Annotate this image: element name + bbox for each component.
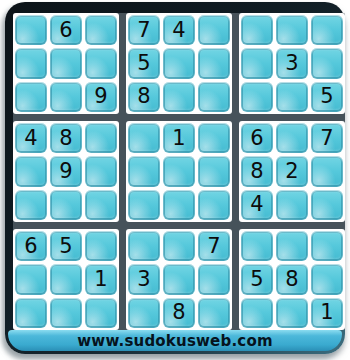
cell-r9c8[interactable] bbox=[276, 298, 308, 328]
cell-r1c4[interactable]: 7 bbox=[128, 15, 160, 45]
cell-r1c7[interactable] bbox=[241, 15, 273, 45]
cell-r6c6[interactable] bbox=[198, 190, 230, 220]
cell-r9c6[interactable] bbox=[198, 298, 230, 328]
cell-r3c3[interactable]: 9 bbox=[85, 82, 117, 112]
cell-r8c9[interactable] bbox=[311, 264, 343, 294]
cell-r9c7[interactable] bbox=[241, 298, 273, 328]
cell-r5c7[interactable]: 8 bbox=[241, 156, 273, 186]
box-2-3: 67824 bbox=[239, 121, 345, 222]
cell-r1c5[interactable]: 4 bbox=[163, 15, 195, 45]
cell-r8c3[interactable]: 1 bbox=[85, 264, 117, 294]
box-3-2: 738 bbox=[126, 229, 232, 330]
cell-r6c4[interactable] bbox=[128, 190, 160, 220]
cell-r3c9[interactable]: 5 bbox=[311, 82, 343, 112]
cell-r5c2[interactable]: 9 bbox=[50, 156, 82, 186]
cell-r9c3[interactable] bbox=[85, 298, 117, 328]
cell-r6c8[interactable] bbox=[276, 190, 308, 220]
cell-r7c4[interactable] bbox=[128, 231, 160, 261]
cell-r9c2[interactable] bbox=[50, 298, 82, 328]
cell-r1c2[interactable]: 6 bbox=[50, 15, 82, 45]
cell-r5c9[interactable] bbox=[311, 156, 343, 186]
cell-r3c1[interactable] bbox=[15, 82, 47, 112]
cell-r4c6[interactable] bbox=[198, 123, 230, 153]
cell-r5c5[interactable] bbox=[163, 156, 195, 186]
cell-r5c4[interactable] bbox=[128, 156, 160, 186]
box-1-2: 7458 bbox=[126, 13, 232, 114]
cell-r2c1[interactable] bbox=[15, 48, 47, 78]
box-2-2: 1 bbox=[126, 121, 232, 222]
cell-r6c1[interactable] bbox=[15, 190, 47, 220]
cell-r7c3[interactable] bbox=[85, 231, 117, 261]
cell-r6c5[interactable] bbox=[163, 190, 195, 220]
cell-r4c4[interactable] bbox=[128, 123, 160, 153]
cell-r8c5[interactable] bbox=[163, 264, 195, 294]
cell-r6c2[interactable] bbox=[50, 190, 82, 220]
box-1-1: 69 bbox=[13, 13, 119, 114]
cell-r1c9[interactable] bbox=[311, 15, 343, 45]
cell-r8c1[interactable] bbox=[15, 264, 47, 294]
cell-r8c6[interactable] bbox=[198, 264, 230, 294]
box-3-1: 651 bbox=[13, 229, 119, 330]
cell-r2c8[interactable]: 3 bbox=[276, 48, 308, 78]
cell-r9c1[interactable] bbox=[15, 298, 47, 328]
cell-r8c8[interactable]: 8 bbox=[276, 264, 308, 294]
cell-r1c6[interactable] bbox=[198, 15, 230, 45]
cell-r3c2[interactable] bbox=[50, 82, 82, 112]
cell-r8c4[interactable]: 3 bbox=[128, 264, 160, 294]
cell-r1c3[interactable] bbox=[85, 15, 117, 45]
cell-r1c1[interactable] bbox=[15, 15, 47, 45]
cell-r5c3[interactable] bbox=[85, 156, 117, 186]
footer-banner: www.sudokusweb.com bbox=[8, 330, 342, 351]
cell-r5c8[interactable]: 2 bbox=[276, 156, 308, 186]
box-3-3: 581 bbox=[239, 229, 345, 330]
cell-r4c3[interactable] bbox=[85, 123, 117, 153]
cell-r7c7[interactable] bbox=[241, 231, 273, 261]
cell-r4c2[interactable]: 8 bbox=[50, 123, 82, 153]
cell-r3c5[interactable] bbox=[163, 82, 195, 112]
cell-r4c7[interactable]: 6 bbox=[241, 123, 273, 153]
cell-r9c5[interactable]: 8 bbox=[163, 298, 195, 328]
cell-r6c3[interactable] bbox=[85, 190, 117, 220]
cell-r7c1[interactable]: 6 bbox=[15, 231, 47, 261]
cell-r2c7[interactable] bbox=[241, 48, 273, 78]
cell-r6c9[interactable] bbox=[311, 190, 343, 220]
cell-r4c8[interactable] bbox=[276, 123, 308, 153]
cell-r6c7[interactable]: 4 bbox=[241, 190, 273, 220]
cell-r2c2[interactable] bbox=[50, 48, 82, 78]
cell-r3c4[interactable]: 8 bbox=[128, 82, 160, 112]
cell-r3c7[interactable] bbox=[241, 82, 273, 112]
cell-r8c2[interactable] bbox=[50, 264, 82, 294]
box-1-3: 35 bbox=[239, 13, 345, 114]
cell-r3c8[interactable] bbox=[276, 82, 308, 112]
cell-r3c6[interactable] bbox=[198, 82, 230, 112]
sudoku-board: 69745835489167824651738581 www.sudokuswe… bbox=[5, 2, 345, 354]
cell-r5c6[interactable] bbox=[198, 156, 230, 186]
cell-r1c8[interactable] bbox=[276, 15, 308, 45]
cell-r4c9[interactable]: 7 bbox=[311, 123, 343, 153]
cell-r4c5[interactable]: 1 bbox=[163, 123, 195, 153]
box-2-1: 489 bbox=[13, 121, 119, 222]
cell-r7c5[interactable] bbox=[163, 231, 195, 261]
site-url: www.sudokusweb.com bbox=[77, 332, 272, 350]
cell-r9c4[interactable] bbox=[128, 298, 160, 328]
cell-r2c9[interactable] bbox=[311, 48, 343, 78]
sudoku-grid: 69745835489167824651738581 bbox=[13, 13, 345, 330]
cell-r4c1[interactable]: 4 bbox=[15, 123, 47, 153]
cell-r9c9[interactable]: 1 bbox=[311, 298, 343, 328]
cell-r2c5[interactable] bbox=[163, 48, 195, 78]
cell-r7c8[interactable] bbox=[276, 231, 308, 261]
cell-r5c1[interactable] bbox=[15, 156, 47, 186]
cell-r7c9[interactable] bbox=[311, 231, 343, 261]
cell-r7c2[interactable]: 5 bbox=[50, 231, 82, 261]
cell-r8c7[interactable]: 5 bbox=[241, 264, 273, 294]
cell-r2c6[interactable] bbox=[198, 48, 230, 78]
cell-r2c3[interactable] bbox=[85, 48, 117, 78]
cell-r2c4[interactable]: 5 bbox=[128, 48, 160, 78]
cell-r7c6[interactable]: 7 bbox=[198, 231, 230, 261]
